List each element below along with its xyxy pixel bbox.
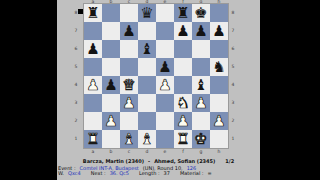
status-line: W.Qxc4Next :36. Qc5Length :37Material :=	[58, 170, 259, 176]
rank-label: 4	[230, 76, 236, 94]
white-pawn: ♟	[158, 76, 171, 94]
black-pawn: ♟	[176, 22, 189, 40]
square-h7: ♟	[210, 22, 228, 40]
white-pawn: ♟	[194, 94, 207, 112]
players-separator: -	[148, 158, 150, 164]
square-h2: ♟	[210, 112, 228, 130]
black-pawn: ♟	[122, 22, 135, 40]
black-pawn: ♟	[86, 40, 99, 58]
square-a3	[84, 94, 102, 112]
rank-label: 1	[73, 130, 79, 148]
rank-label: 3	[230, 94, 236, 112]
square-b7	[102, 22, 120, 40]
square-c6	[120, 40, 138, 58]
square-b4: ♟	[102, 76, 120, 94]
square-b3	[102, 94, 120, 112]
square-e4: ♟	[156, 76, 174, 94]
rank-label: 2	[73, 112, 79, 130]
square-d2	[138, 112, 156, 130]
black-queen: ♛	[140, 4, 153, 22]
square-d6: ♝	[138, 40, 156, 58]
next-label: Next :	[91, 170, 106, 176]
square-e8	[156, 4, 174, 22]
black-player-name: Ahmed, Sofian (2345)	[154, 158, 215, 164]
square-g6	[192, 40, 210, 58]
square-g8: ♚	[192, 4, 210, 22]
rank-label: 4	[73, 76, 79, 94]
square-d3	[138, 94, 156, 112]
square-b5	[102, 58, 120, 76]
square-d1: ♝	[138, 130, 156, 148]
rank-label: 7	[230, 22, 236, 40]
file-label: g	[192, 149, 210, 154]
file-label: a	[84, 149, 102, 154]
last-move[interactable]: Qxc4	[68, 170, 81, 176]
rank-label: 7	[73, 22, 79, 40]
length-value: 37	[164, 170, 170, 176]
square-d4	[138, 76, 156, 94]
file-labels-bottom: abcdefgh	[84, 149, 228, 154]
file-label: d	[138, 149, 156, 154]
file-label: c	[120, 149, 138, 154]
white-pawn: ♟	[86, 76, 99, 94]
white-bishop: ♝	[122, 130, 135, 148]
white-pawn: ♟	[104, 112, 117, 130]
square-c8	[120, 4, 138, 22]
black-knight: ♞	[212, 58, 225, 76]
rank-label: 3	[73, 94, 79, 112]
square-c1: ♝	[120, 130, 138, 148]
square-b2: ♟	[102, 112, 120, 130]
black-pawn: ♟	[158, 58, 171, 76]
square-a5	[84, 58, 102, 76]
square-a4: ♟	[84, 76, 102, 94]
white-rook: ♜	[86, 130, 99, 148]
square-d7	[138, 22, 156, 40]
chess-board: ♜♛♜♚♟♟♟♟♟♝♟♞♟♟♛♟♝♟♞♟♟♟♟♜♝♝♜♚	[84, 4, 228, 148]
square-h4	[210, 76, 228, 94]
black-to-move-indicator	[78, 9, 83, 14]
rank-labels-left: 87654321	[73, 4, 79, 148]
square-e3	[156, 94, 174, 112]
square-e7	[156, 22, 174, 40]
rank-label: 5	[73, 58, 79, 76]
white-rook: ♜	[176, 130, 189, 148]
square-f2: ♟	[174, 112, 192, 130]
square-b1	[102, 130, 120, 148]
chess-diagram-panel: abcdefgh 87654321 87654321 abcdefgh ♜♛♜♚…	[57, 0, 260, 180]
square-a8: ♜	[84, 4, 102, 22]
square-g4: ♝	[192, 76, 210, 94]
square-e2	[156, 112, 174, 130]
square-a1: ♜	[84, 130, 102, 148]
black-rook: ♜	[86, 4, 99, 22]
black-rook: ♜	[176, 4, 189, 22]
white-pawn: ♟	[212, 112, 225, 130]
white-player-name: Barcza, Martin (2340)	[83, 158, 144, 164]
square-f8: ♜	[174, 4, 192, 22]
square-c3: ♟	[120, 94, 138, 112]
square-e1	[156, 130, 174, 148]
square-a6: ♟	[84, 40, 102, 58]
file-label: f	[174, 149, 192, 154]
square-g2	[192, 112, 210, 130]
square-g5	[192, 58, 210, 76]
black-bishop: ♝	[140, 40, 153, 58]
square-h3	[210, 94, 228, 112]
white-pawn: ♟	[176, 112, 189, 130]
white-bishop: ♝	[140, 130, 153, 148]
square-f5	[174, 58, 192, 76]
file-label: e	[156, 149, 174, 154]
rank-label: 5	[230, 58, 236, 76]
game-result: 1/2	[225, 158, 234, 164]
square-f3: ♞	[174, 94, 192, 112]
white-pawn: ♟	[122, 94, 135, 112]
square-b6	[102, 40, 120, 58]
square-b8	[102, 4, 120, 22]
square-f1: ♜	[174, 130, 192, 148]
square-e6	[156, 40, 174, 58]
square-a7	[84, 22, 102, 40]
black-bishop: ♝	[194, 76, 207, 94]
square-c4: ♛	[120, 76, 138, 94]
rank-label: 6	[230, 40, 236, 58]
rank-label: 2	[230, 112, 236, 130]
file-label: b	[102, 149, 120, 154]
length-label: Length :	[139, 170, 160, 176]
rank-label: 1	[230, 130, 236, 148]
material-value: =	[208, 170, 212, 176]
black-pawn: ♟	[104, 76, 117, 94]
square-h5: ♞	[210, 58, 228, 76]
black-king: ♚	[194, 4, 207, 22]
square-g1: ♚	[192, 130, 210, 148]
square-d5	[138, 58, 156, 76]
square-h1	[210, 130, 228, 148]
black-pawn: ♟	[194, 22, 207, 40]
square-g3: ♟	[192, 94, 210, 112]
players-line: Barcza, Martin (2340)-Ahmed, Sofian (234…	[58, 158, 259, 164]
video-frame: abcdefgh 87654321 87654321 abcdefgh ♜♛♜♚…	[0, 0, 320, 180]
square-f7: ♟	[174, 22, 192, 40]
rank-labels-right: 87654321	[230, 4, 236, 148]
material-label: Material :	[180, 170, 204, 176]
rank-label: 6	[73, 40, 79, 58]
square-g7: ♟	[192, 22, 210, 40]
white-knight: ♞	[176, 94, 189, 112]
rank-label: 8	[230, 4, 236, 22]
square-d8: ♛	[138, 4, 156, 22]
file-label: h	[210, 149, 228, 154]
white-queen: ♛	[122, 76, 135, 94]
side-label: W.	[58, 170, 64, 176]
square-a2	[84, 112, 102, 130]
square-h8	[210, 4, 228, 22]
square-c7: ♟	[120, 22, 138, 40]
square-h6	[210, 40, 228, 58]
square-c2	[120, 112, 138, 130]
square-f4	[174, 76, 192, 94]
next-move[interactable]: 36. Qc5	[110, 170, 129, 176]
black-pawn: ♟	[212, 22, 225, 40]
square-e5: ♟	[156, 58, 174, 76]
square-c5	[120, 58, 138, 76]
white-king: ♚	[194, 130, 207, 148]
square-f6	[174, 40, 192, 58]
